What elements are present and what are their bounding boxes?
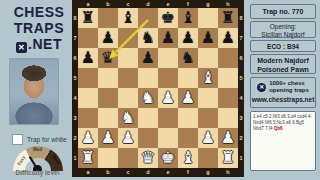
square-e2[interactable] — [158, 128, 178, 148]
difficulty-gauge: Easy Med Hard — [13, 146, 63, 171]
variation-line-1: Modern Najdorf — [251, 56, 315, 65]
difficulty-label: Difficulty level — [0, 169, 75, 176]
square-c6[interactable] — [118, 48, 138, 68]
black-rook[interactable]: ♜ — [81, 8, 95, 28]
square-d7[interactable]: ♞ — [138, 28, 158, 48]
white-pawn[interactable]: ♟ — [221, 128, 235, 148]
square-a3[interactable] — [78, 108, 98, 128]
white-pawn[interactable]: ♟ — [161, 88, 175, 108]
square-d8[interactable] — [138, 8, 158, 28]
square-b6[interactable]: ♛ — [98, 48, 118, 68]
promo-text: 1000+ chess opening traps — [269, 80, 309, 94]
square-a8[interactable]: ♜ — [78, 8, 98, 28]
rank-labels-right: 87654321 — [238, 8, 244, 168]
square-f8[interactable]: ♝ — [178, 8, 198, 28]
logo-line-1: CHESS — [8, 4, 70, 20]
white-pawn[interactable]: ♟ — [181, 88, 195, 108]
trap-for-white-label: Trap for white — [27, 136, 67, 143]
square-g4[interactable] — [198, 88, 218, 108]
logo-suffix: .NET — [28, 36, 62, 52]
logo-line-3: ✕.NET — [8, 36, 70, 53]
black-pawn[interactable]: ♟ — [101, 28, 115, 48]
black-knight[interactable]: ♞ — [141, 28, 155, 48]
square-b3[interactable] — [98, 108, 118, 128]
square-d4[interactable]: ♞ — [138, 88, 158, 108]
coord-h: h — [218, 168, 238, 176]
square-g3[interactable] — [198, 108, 218, 128]
promo-row: ✕ 1000+ chess opening traps — [251, 80, 315, 94]
square-e7[interactable]: ♟ — [158, 28, 178, 48]
square-a6[interactable]: ♟ — [78, 48, 98, 68]
square-h7[interactable]: ♟ — [218, 28, 238, 48]
x-box-icon: ✕ — [16, 42, 27, 53]
variation-box: Modern Najdorf Poisoned Pawn — [250, 54, 316, 74]
square-c5[interactable] — [118, 68, 138, 88]
opening-label: Opening: — [251, 23, 315, 31]
promo-box: ✕ 1000+ chess opening traps www.chesstra… — [250, 77, 316, 108]
square-g1[interactable] — [198, 148, 218, 168]
square-e5[interactable] — [158, 68, 178, 88]
square-f7[interactable]: ♟ — [178, 28, 198, 48]
chesstraps-logo: CHESS TRAPS ✕.NET — [8, 4, 70, 53]
square-g8[interactable] — [198, 8, 218, 28]
black-pawn[interactable]: ♟ — [141, 48, 155, 68]
square-h8[interactable]: ♜ — [218, 8, 238, 28]
white-pawn[interactable]: ♟ — [101, 128, 115, 148]
black-bishop[interactable]: ♝ — [181, 8, 195, 28]
square-e3[interactable] — [158, 108, 178, 128]
opening-name: Sicilian Najdorf — [251, 31, 315, 39]
square-b4[interactable] — [98, 88, 118, 108]
square-d1[interactable]: ♛ — [138, 148, 158, 168]
move-list-box: 1.e4 c5 2.Nf3 d6 3.d4 cxd4 4. Nxd4 Nf6 5… — [250, 111, 316, 171]
square-g2[interactable]: ♟ — [198, 128, 218, 148]
black-pawn[interactable]: ♟ — [181, 28, 195, 48]
black-queen[interactable]: ♛ — [101, 48, 115, 68]
coord-3: 3 — [238, 108, 244, 128]
black-pawn[interactable]: ♟ — [221, 28, 235, 48]
coord-a: a — [78, 0, 98, 8]
square-f4[interactable]: ♟ — [178, 88, 198, 108]
square-h4[interactable] — [218, 88, 238, 108]
square-h5[interactable] — [218, 68, 238, 88]
file-labels-bottom: abcdefgh — [78, 168, 238, 176]
square-c8[interactable]: ♝ — [118, 8, 138, 28]
black-pawn[interactable]: ♟ — [161, 28, 175, 48]
file-labels-top: abcdefgh — [78, 0, 238, 8]
square-f3[interactable] — [178, 108, 198, 128]
white-rook[interactable]: ♜ — [221, 148, 235, 168]
coord-b: b — [98, 0, 118, 8]
trap-number-box: Trap no. 770 — [250, 4, 316, 19]
white-rook[interactable]: ♜ — [81, 148, 95, 168]
promo-line-1: 1000+ chess — [269, 80, 309, 87]
white-bishop[interactable]: ♝ — [201, 68, 215, 88]
trap-number: Trap no. 770 — [263, 8, 304, 15]
square-e6[interactable] — [158, 48, 178, 68]
square-f6[interactable]: ♞ — [178, 48, 198, 68]
square-h1[interactable]: ♜ — [218, 148, 238, 168]
coord-h: h — [218, 0, 238, 8]
coord-c: c — [118, 0, 138, 8]
white-bishop[interactable]: ♝ — [181, 148, 195, 168]
square-e1[interactable]: ♚ — [158, 148, 178, 168]
coord-f: f — [178, 168, 198, 176]
white-knight[interactable]: ♞ — [121, 108, 135, 128]
coord-7: 7 — [238, 28, 244, 48]
black-king[interactable]: ♚ — [161, 8, 175, 28]
eco-code: ECO : B94 — [267, 43, 299, 50]
coord-g: g — [198, 0, 218, 8]
square-b5[interactable] — [98, 68, 118, 88]
chesstraps-circle-icon: ✕ — [257, 83, 266, 92]
coord-e: e — [158, 168, 178, 176]
highlighted-move: Qb6 — [274, 126, 283, 131]
square-b7[interactable]: ♟ — [98, 28, 118, 48]
square-c3[interactable]: ♞ — [118, 108, 138, 128]
square-b2[interactable]: ♟ — [98, 128, 118, 148]
promo-line-2: opening traps — [269, 87, 309, 94]
square-g6[interactable] — [198, 48, 218, 68]
board-squares: ♜♝♚♝♜♟♞♟♟♟♟♟♛♟♞♝♞♟♟♞♟♟♟♟♟♜♛♚♝♜ — [78, 8, 238, 168]
square-c4[interactable] — [118, 88, 138, 108]
coord-4: 4 — [238, 88, 244, 108]
square-f2[interactable] — [178, 128, 198, 148]
opening-box: Opening: Sicilian Najdorf — [250, 21, 316, 38]
square-e8[interactable]: ♚ — [158, 8, 178, 28]
square-f5[interactable] — [178, 68, 198, 88]
square-a2[interactable]: ♟ — [78, 128, 98, 148]
eco-box: ECO : B94 — [250, 40, 316, 52]
square-c7[interactable] — [118, 28, 138, 48]
white-pawn[interactable]: ♟ — [81, 128, 95, 148]
square-c2[interactable]: ♟ — [118, 128, 138, 148]
square-a7[interactable] — [78, 28, 98, 48]
coord-a: a — [78, 168, 98, 176]
square-a5[interactable] — [78, 68, 98, 88]
coord-2: 2 — [238, 128, 244, 148]
black-knight[interactable]: ♞ — [181, 48, 195, 68]
white-king[interactable]: ♚ — [161, 148, 175, 168]
square-a1[interactable]: ♜ — [78, 148, 98, 168]
square-d2[interactable] — [138, 128, 158, 148]
coord-5: 5 — [238, 68, 244, 88]
square-e4[interactable]: ♟ — [158, 88, 178, 108]
coord-b: b — [98, 168, 118, 176]
square-c1[interactable] — [118, 148, 138, 168]
coord-g: g — [198, 168, 218, 176]
square-g5[interactable]: ♝ — [198, 68, 218, 88]
coord-1: 1 — [238, 148, 244, 168]
trap-for-white-checkbox[interactable] — [12, 134, 23, 145]
black-rook[interactable]: ♜ — [221, 8, 235, 28]
square-h3[interactable] — [218, 108, 238, 128]
trap-for-white-row: Trap for white — [12, 134, 67, 144]
square-d5[interactable] — [138, 68, 158, 88]
black-pawn[interactable]: ♟ — [201, 28, 215, 48]
black-bishop[interactable]: ♝ — [121, 8, 135, 28]
square-d6[interactable]: ♟ — [138, 48, 158, 68]
variation-line-2: Poisoned Pawn — [251, 65, 315, 74]
video-frame: CHESS TRAPS ✕.NET Trap for white Easy Me… — [0, 0, 320, 180]
square-h2[interactable]: ♟ — [218, 128, 238, 148]
square-a4[interactable] — [78, 88, 98, 108]
presenter-photo — [9, 58, 59, 125]
square-b8[interactable] — [98, 8, 118, 28]
coord-d: d — [138, 168, 158, 176]
square-d3[interactable] — [138, 108, 158, 128]
white-knight[interactable]: ♞ — [141, 88, 155, 108]
coord-f: f — [178, 0, 198, 8]
coord-e: e — [158, 0, 178, 8]
coord-c: c — [118, 168, 138, 176]
coord-d: d — [138, 0, 158, 8]
white-queen[interactable]: ♛ — [141, 148, 155, 168]
logo-line-2: TRAPS — [8, 20, 70, 36]
moves-line-3: Nbd7 7.f4 Qb6 — [253, 126, 313, 132]
square-h6[interactable] — [218, 48, 238, 68]
coord-8: 8 — [238, 8, 244, 28]
gauge-med-label: Med — [33, 147, 42, 152]
square-g7[interactable]: ♟ — [198, 28, 218, 48]
square-b1[interactable] — [98, 148, 118, 168]
white-pawn[interactable]: ♟ — [201, 128, 215, 148]
website-url[interactable]: www.chesstraps.net — [251, 96, 315, 103]
black-pawn[interactable]: ♟ — [81, 48, 95, 68]
chess-board: abcdefgh abcdefgh 87654321 87654321 ♜♝♚♝… — [72, 0, 244, 177]
square-f1[interactable]: ♝ — [178, 148, 198, 168]
white-pawn[interactable]: ♟ — [121, 128, 135, 148]
coord-6: 6 — [238, 48, 244, 68]
